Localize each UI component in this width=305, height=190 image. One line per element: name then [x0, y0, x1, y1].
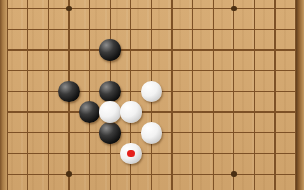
stone-white[interactable] — [99, 101, 121, 123]
last-move-marker — [127, 150, 135, 158]
grid-line-horizontal — [7, 70, 297, 71]
grid-line-horizontal — [7, 174, 297, 175]
stone-black[interactable] — [58, 81, 80, 103]
stone-black[interactable] — [99, 122, 121, 144]
grid-line-horizontal — [7, 153, 297, 154]
grid-line-horizontal — [7, 111, 297, 112]
gomoku-board[interactable] — [0, 0, 304, 190]
stone-black[interactable] — [99, 81, 121, 103]
stone-white[interactable] — [120, 143, 142, 165]
star-point — [66, 171, 72, 177]
grid-line-horizontal — [7, 8, 297, 9]
stone-white[interactable] — [141, 122, 163, 144]
stone-white[interactable] — [120, 101, 142, 123]
stone-black[interactable] — [79, 101, 101, 123]
star-point — [231, 6, 237, 12]
stone-black[interactable] — [99, 39, 121, 61]
grid-line-horizontal — [7, 49, 297, 50]
board-right-edge — [296, 0, 305, 190]
grid-line-horizontal — [7, 29, 297, 30]
star-point — [231, 171, 237, 177]
